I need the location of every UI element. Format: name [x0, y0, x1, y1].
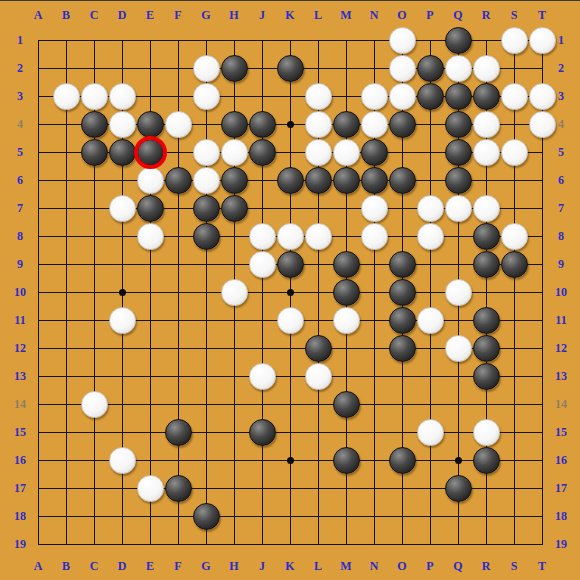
white-stone-E6: [137, 167, 164, 194]
white-stone-L4: [305, 111, 332, 138]
black-stone-R13: [473, 363, 500, 390]
black-stone-Q5: [445, 139, 472, 166]
coord-label-top-F: F: [164, 8, 192, 22]
coord-label-left-2: 2: [6, 61, 34, 75]
black-stone-G7: [193, 195, 220, 222]
white-stone-J9: [249, 251, 276, 278]
black-stone-K6: [277, 167, 304, 194]
coord-label-right-17: 17: [547, 481, 575, 495]
coord-label-left-17: 17: [6, 481, 34, 495]
coord-label-left-6: 6: [6, 173, 34, 187]
black-stone-M10: [333, 279, 360, 306]
coord-label-right-18: 18: [547, 509, 575, 523]
black-stone-P2: [417, 55, 444, 82]
coord-label-bottom-C: C: [80, 559, 108, 573]
coord-label-right-9: 9: [547, 257, 575, 271]
white-stone-D4: [109, 111, 136, 138]
coord-label-right-7: 7: [547, 201, 575, 215]
black-stone-F6: [165, 167, 192, 194]
coord-label-left-3: 3: [6, 89, 34, 103]
coord-label-top-B: B: [52, 8, 80, 22]
black-stone-J5: [249, 139, 276, 166]
coord-label-left-1: 1: [6, 33, 34, 47]
star-point-K16: [287, 457, 294, 464]
coord-label-left-5: 5: [6, 145, 34, 159]
white-stone-L5: [305, 139, 332, 166]
coord-label-left-4: 4: [6, 117, 34, 131]
white-stone-L13: [305, 363, 332, 390]
white-stone-N7: [361, 195, 388, 222]
coord-label-right-15: 15: [547, 425, 575, 439]
black-stone-N6: [361, 167, 388, 194]
white-stone-J8: [249, 223, 276, 250]
coord-label-right-19: 19: [547, 537, 575, 551]
black-stone-Q1: [445, 27, 472, 54]
coord-label-left-15: 15: [6, 425, 34, 439]
white-stone-G6: [193, 167, 220, 194]
white-stone-T1: [529, 27, 556, 54]
white-stone-E17: [137, 475, 164, 502]
coord-label-bottom-Q: Q: [444, 559, 472, 573]
black-stone-L6: [305, 167, 332, 194]
white-stone-D16: [109, 447, 136, 474]
star-point-K10: [287, 289, 294, 296]
coord-label-right-2: 2: [547, 61, 575, 75]
black-stone-R12: [473, 335, 500, 362]
white-stone-R5: [473, 139, 500, 166]
coord-label-left-13: 13: [6, 369, 34, 383]
black-stone-M6: [333, 167, 360, 194]
white-stone-C3: [81, 83, 108, 110]
black-stone-K9: [277, 251, 304, 278]
white-stone-S1: [501, 27, 528, 54]
white-stone-Q12: [445, 335, 472, 362]
black-stone-C5: [81, 139, 108, 166]
black-stone-J4: [249, 111, 276, 138]
white-stone-D11: [109, 307, 136, 334]
white-stone-G3: [193, 83, 220, 110]
coord-label-left-8: 8: [6, 229, 34, 243]
coord-label-right-13: 13: [547, 369, 575, 383]
black-stone-R3: [473, 83, 500, 110]
coord-label-bottom-O: O: [388, 559, 416, 573]
black-stone-J15: [249, 419, 276, 446]
coord-label-top-J: J: [248, 8, 276, 22]
white-stone-R7: [473, 195, 500, 222]
coord-label-right-16: 16: [547, 453, 575, 467]
black-stone-O10: [389, 279, 416, 306]
coord-label-left-14: 14: [6, 397, 34, 411]
coord-label-right-6: 6: [547, 173, 575, 187]
white-stone-S5: [501, 139, 528, 166]
white-stone-N3: [361, 83, 388, 110]
white-stone-D3: [109, 83, 136, 110]
white-stone-C14: [81, 391, 108, 418]
white-stone-S3: [501, 83, 528, 110]
coord-label-left-7: 7: [6, 201, 34, 215]
coord-label-top-T: T: [528, 8, 556, 22]
black-stone-D5: [109, 139, 136, 166]
black-stone-N5: [361, 139, 388, 166]
white-stone-K8: [277, 223, 304, 250]
black-stone-G18: [193, 503, 220, 530]
black-stone-L12: [305, 335, 332, 362]
black-stone-E4: [137, 111, 164, 138]
white-stone-T3: [529, 83, 556, 110]
white-stone-F4: [165, 111, 192, 138]
coord-label-bottom-G: G: [192, 559, 220, 573]
white-stone-N4: [361, 111, 388, 138]
black-stone-C4: [81, 111, 108, 138]
black-stone-Q17: [445, 475, 472, 502]
black-stone-F15: [165, 419, 192, 446]
coord-label-top-L: L: [304, 8, 332, 22]
black-stone-H6: [221, 167, 248, 194]
black-stone-O11: [389, 307, 416, 334]
coord-label-top-Q: Q: [444, 8, 472, 22]
coord-label-bottom-A: A: [24, 559, 52, 573]
coord-label-left-18: 18: [6, 509, 34, 523]
white-stone-G2: [193, 55, 220, 82]
black-stone-F17: [165, 475, 192, 502]
white-stone-R2: [473, 55, 500, 82]
black-stone-M16: [333, 447, 360, 474]
coord-label-left-11: 11: [6, 313, 34, 327]
coord-label-right-10: 10: [547, 285, 575, 299]
coord-label-right-8: 8: [547, 229, 575, 243]
black-stone-Q6: [445, 167, 472, 194]
black-stone-H2: [221, 55, 248, 82]
black-stone-R8: [473, 223, 500, 250]
coord-label-bottom-R: R: [472, 559, 500, 573]
coord-label-top-H: H: [220, 8, 248, 22]
white-stone-L8: [305, 223, 332, 250]
white-stone-R4: [473, 111, 500, 138]
coord-label-top-G: G: [192, 8, 220, 22]
coord-label-bottom-S: S: [500, 559, 528, 573]
black-stone-O12: [389, 335, 416, 362]
coord-label-bottom-L: L: [304, 559, 332, 573]
coord-label-bottom-E: E: [136, 559, 164, 573]
black-stone-Q4: [445, 111, 472, 138]
white-stone-G5: [193, 139, 220, 166]
black-stone-O6: [389, 167, 416, 194]
coord-label-bottom-F: F: [164, 559, 192, 573]
coord-label-top-E: E: [136, 8, 164, 22]
coord-label-top-M: M: [332, 8, 360, 22]
coord-label-bottom-H: H: [220, 559, 248, 573]
black-stone-O9: [389, 251, 416, 278]
white-stone-R15: [473, 419, 500, 446]
black-stone-R16: [473, 447, 500, 474]
go-board[interactable]: AABBCCDDEEFFGGHHJJKKLLMMNNOOPPQQRRSSTT11…: [0, 0, 580, 580]
black-stone-K2: [277, 55, 304, 82]
coord-label-right-12: 12: [547, 341, 575, 355]
coord-label-bottom-M: M: [332, 559, 360, 573]
white-stone-Q10: [445, 279, 472, 306]
star-point-D10: [119, 289, 126, 296]
coord-label-bottom-T: T: [528, 559, 556, 573]
black-stone-E7: [137, 195, 164, 222]
last-move-marker: [134, 136, 167, 169]
coord-label-left-16: 16: [6, 453, 34, 467]
white-stone-T4: [529, 111, 556, 138]
white-stone-B3: [53, 83, 80, 110]
coord-label-top-S: S: [500, 8, 528, 22]
black-stone-O16: [389, 447, 416, 474]
black-stone-G8: [193, 223, 220, 250]
white-stone-H10: [221, 279, 248, 306]
black-stone-R9: [473, 251, 500, 278]
coord-label-right-5: 5: [547, 145, 575, 159]
coord-label-bottom-B: B: [52, 559, 80, 573]
white-stone-H5: [221, 139, 248, 166]
white-stone-Q7: [445, 195, 472, 222]
white-stone-K11: [277, 307, 304, 334]
coord-label-left-10: 10: [6, 285, 34, 299]
white-stone-Q2: [445, 55, 472, 82]
coord-label-bottom-J: J: [248, 559, 276, 573]
black-stone-M4: [333, 111, 360, 138]
coord-label-left-19: 19: [6, 537, 34, 551]
white-stone-P7: [417, 195, 444, 222]
white-stone-E8: [137, 223, 164, 250]
white-stone-P15: [417, 419, 444, 446]
white-stone-M11: [333, 307, 360, 334]
coord-label-left-9: 9: [6, 257, 34, 271]
black-stone-Q3: [445, 83, 472, 110]
white-stone-J13: [249, 363, 276, 390]
white-stone-N8: [361, 223, 388, 250]
coord-label-left-12: 12: [6, 341, 34, 355]
coord-label-top-O: O: [388, 8, 416, 22]
black-stone-M9: [333, 251, 360, 278]
white-stone-M5: [333, 139, 360, 166]
black-stone-H7: [221, 195, 248, 222]
coord-label-right-11: 11: [547, 313, 575, 327]
white-stone-P8: [417, 223, 444, 250]
black-stone-S9: [501, 251, 528, 278]
coord-label-bottom-P: P: [416, 559, 444, 573]
black-stone-P3: [417, 83, 444, 110]
coord-label-top-C: C: [80, 8, 108, 22]
white-stone-L3: [305, 83, 332, 110]
coord-label-top-D: D: [108, 8, 136, 22]
coord-label-top-K: K: [276, 8, 304, 22]
white-stone-O2: [389, 55, 416, 82]
black-stone-H4: [221, 111, 248, 138]
white-stone-O1: [389, 27, 416, 54]
coord-label-top-R: R: [472, 8, 500, 22]
coord-label-bottom-N: N: [360, 559, 388, 573]
white-stone-S8: [501, 223, 528, 250]
coord-label-top-N: N: [360, 8, 388, 22]
black-stone-R11: [473, 307, 500, 334]
black-stone-M14: [333, 391, 360, 418]
star-point-Q16: [455, 457, 462, 464]
coord-label-top-A: A: [24, 8, 52, 22]
star-point-K4: [287, 121, 294, 128]
coord-label-right-14: 14: [547, 397, 575, 411]
white-stone-O3: [389, 83, 416, 110]
coord-label-top-P: P: [416, 8, 444, 22]
white-stone-D7: [109, 195, 136, 222]
white-stone-P11: [417, 307, 444, 334]
coord-label-bottom-K: K: [276, 559, 304, 573]
black-stone-O4: [389, 111, 416, 138]
coord-label-bottom-D: D: [108, 559, 136, 573]
